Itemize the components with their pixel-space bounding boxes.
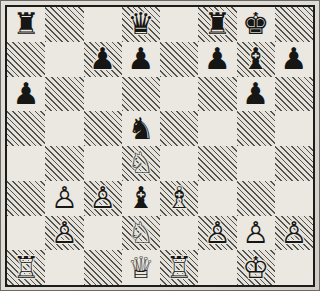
square-g7[interactable]: ♝ xyxy=(237,42,275,77)
square-g3[interactable] xyxy=(237,181,275,216)
square-e8[interactable] xyxy=(160,7,198,42)
square-h6[interactable] xyxy=(275,77,293,112)
square-h2[interactable]: ♙ xyxy=(275,216,293,251)
square-e4[interactable] xyxy=(160,146,198,181)
square-b8[interactable] xyxy=(45,7,83,42)
black-pawn[interactable]: ♟ xyxy=(13,79,40,109)
square-e7[interactable] xyxy=(160,42,198,77)
square-g6[interactable]: ♟ xyxy=(237,77,275,112)
square-d2[interactable]: ♘ xyxy=(122,216,160,251)
diagram-frame: ♜♛♜♚♟♟♟♝♟♟♟♞♘♙♙♝♗♙♘♙♙♙♖♕♖♔ xyxy=(0,0,293,291)
square-b1[interactable] xyxy=(45,250,83,285)
square-a7[interactable] xyxy=(7,42,45,77)
square-a6[interactable]: ♟ xyxy=(7,77,45,112)
white-knight[interactable]: ♘ xyxy=(127,148,154,178)
white-knight[interactable]: ♘ xyxy=(127,218,154,248)
square-b6[interactable] xyxy=(45,77,83,112)
square-c2[interactable] xyxy=(84,216,122,251)
white-rook[interactable]: ♖ xyxy=(13,253,40,283)
square-g4[interactable] xyxy=(237,146,275,181)
square-d8[interactable]: ♛ xyxy=(122,7,160,42)
square-c7[interactable]: ♟ xyxy=(84,42,122,77)
black-pawn[interactable]: ♟ xyxy=(127,44,154,74)
square-f2[interactable]: ♙ xyxy=(198,216,236,251)
white-pawn[interactable]: ♙ xyxy=(280,218,293,248)
square-b2[interactable]: ♙ xyxy=(45,216,83,251)
black-king[interactable]: ♚ xyxy=(242,9,269,39)
square-g5[interactable] xyxy=(237,111,275,146)
black-pawn[interactable]: ♟ xyxy=(242,79,269,109)
square-d7[interactable]: ♟ xyxy=(122,42,160,77)
square-c1[interactable] xyxy=(84,250,122,285)
black-knight[interactable]: ♞ xyxy=(127,114,154,144)
square-h5[interactable] xyxy=(275,111,293,146)
white-pawn[interactable]: ♙ xyxy=(51,218,78,248)
square-e1[interactable]: ♖ xyxy=(160,250,198,285)
white-pawn[interactable]: ♙ xyxy=(204,218,231,248)
square-f1[interactable] xyxy=(198,250,236,285)
square-h3[interactable] xyxy=(275,181,293,216)
white-king[interactable]: ♔ xyxy=(242,253,269,283)
square-f6[interactable] xyxy=(198,77,236,112)
black-pawn[interactable]: ♟ xyxy=(89,44,116,74)
square-f8[interactable]: ♜ xyxy=(198,7,236,42)
square-c6[interactable] xyxy=(84,77,122,112)
black-queen[interactable]: ♛ xyxy=(127,9,154,39)
white-pawn[interactable]: ♙ xyxy=(89,183,116,213)
square-a8[interactable]: ♜ xyxy=(7,7,45,42)
square-f5[interactable] xyxy=(198,111,236,146)
white-pawn[interactable]: ♙ xyxy=(242,218,269,248)
white-bishop[interactable]: ♗ xyxy=(166,183,193,213)
square-h1[interactable] xyxy=(275,250,293,285)
square-g8[interactable]: ♚ xyxy=(237,7,275,42)
square-e6[interactable] xyxy=(160,77,198,112)
square-g2[interactable]: ♙ xyxy=(237,216,275,251)
black-bishop[interactable]: ♝ xyxy=(127,183,154,213)
square-d3[interactable]: ♝ xyxy=(122,181,160,216)
square-f3[interactable] xyxy=(198,181,236,216)
square-b4[interactable] xyxy=(45,146,83,181)
square-c4[interactable] xyxy=(84,146,122,181)
square-b5[interactable] xyxy=(45,111,83,146)
square-f4[interactable] xyxy=(198,146,236,181)
square-e2[interactable] xyxy=(160,216,198,251)
black-pawn[interactable]: ♟ xyxy=(280,44,293,74)
square-e3[interactable]: ♗ xyxy=(160,181,198,216)
square-c8[interactable] xyxy=(84,7,122,42)
white-rook[interactable]: ♖ xyxy=(166,253,193,283)
white-pawn[interactable]: ♙ xyxy=(51,183,78,213)
square-c5[interactable] xyxy=(84,111,122,146)
square-d4[interactable]: ♘ xyxy=(122,146,160,181)
chess-board: ♜♛♜♚♟♟♟♝♟♟♟♞♘♙♙♝♗♙♘♙♙♙♖♕♖♔ xyxy=(5,5,293,287)
square-g1[interactable]: ♔ xyxy=(237,250,275,285)
black-bishop[interactable]: ♝ xyxy=(242,44,269,74)
square-b3[interactable]: ♙ xyxy=(45,181,83,216)
square-d5[interactable]: ♞ xyxy=(122,111,160,146)
square-e5[interactable] xyxy=(160,111,198,146)
square-a4[interactable] xyxy=(7,146,45,181)
square-b7[interactable] xyxy=(45,42,83,77)
square-d1[interactable]: ♕ xyxy=(122,250,160,285)
square-h8[interactable] xyxy=(275,7,293,42)
square-h7[interactable]: ♟ xyxy=(275,42,293,77)
black-rook[interactable]: ♜ xyxy=(204,9,231,39)
square-c3[interactable]: ♙ xyxy=(84,181,122,216)
square-a5[interactable] xyxy=(7,111,45,146)
square-a2[interactable] xyxy=(7,216,45,251)
black-pawn[interactable]: ♟ xyxy=(204,44,231,74)
black-rook[interactable]: ♜ xyxy=(13,9,40,39)
square-d6[interactable] xyxy=(122,77,160,112)
square-f7[interactable]: ♟ xyxy=(198,42,236,77)
square-a1[interactable]: ♖ xyxy=(7,250,45,285)
white-queen[interactable]: ♕ xyxy=(127,253,154,283)
square-a3[interactable] xyxy=(7,181,45,216)
square-h4[interactable] xyxy=(275,146,293,181)
